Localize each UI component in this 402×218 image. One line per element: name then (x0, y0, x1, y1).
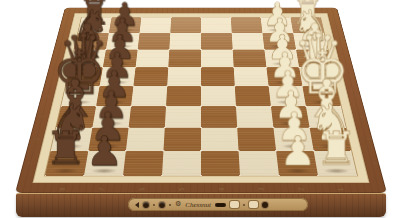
panel-dot (153, 204, 155, 206)
round-button-left[interactable] (143, 202, 149, 208)
square-e1[interactable] (302, 86, 340, 106)
square-g5[interactable] (163, 128, 201, 151)
coordinate-label: d (334, 74, 369, 79)
square-f6[interactable] (129, 106, 166, 128)
square-b6[interactable] (138, 33, 171, 50)
product-photo: 87654321 abcdefgh abcdefgh ♜♞♝♛♚♝♞♜♟♟♟♟♟… (0, 0, 402, 218)
square-f2[interactable] (271, 106, 310, 128)
coordinate-label: e (338, 93, 374, 99)
coordinate-label: f (343, 114, 380, 120)
square-g2[interactable] (273, 128, 313, 151)
square-h5[interactable] (162, 151, 201, 176)
square-d8[interactable] (66, 67, 103, 86)
square-h1[interactable] (314, 151, 357, 176)
coordinate-label: g (348, 136, 387, 142)
square-b1[interactable] (293, 33, 328, 50)
coordinate-label: b (44, 39, 76, 44)
key-button-left[interactable] (230, 201, 239, 208)
square-b2[interactable] (262, 33, 296, 50)
square-e5[interactable] (166, 86, 201, 106)
gear-icon[interactable]: ⚙ (175, 201, 181, 208)
square-e8[interactable] (61, 86, 99, 106)
square-b7[interactable] (106, 33, 140, 50)
square-a6[interactable] (140, 17, 172, 33)
board-surface: 87654321 abcdefgh abcdefgh (15, 8, 387, 193)
panel-dot (243, 204, 245, 206)
back-arrow-icon[interactable] (135, 202, 139, 208)
square-a7[interactable] (109, 17, 142, 33)
board-front-face: ⚙ Chessnut (16, 193, 386, 217)
coordinate-label: d (34, 74, 69, 79)
panel-dot (169, 204, 171, 206)
square-g6[interactable] (126, 128, 165, 151)
coordinate-label: h (354, 160, 394, 167)
square-c6[interactable] (136, 50, 170, 68)
squares-grid (45, 17, 357, 175)
square-a1[interactable] (290, 17, 323, 33)
usb-c-port[interactable] (215, 203, 226, 207)
square-b4[interactable] (201, 33, 233, 50)
square-e7[interactable] (96, 86, 133, 106)
square-h2[interactable] (276, 151, 318, 176)
square-b8[interactable] (74, 33, 109, 50)
coordinate-label: a (49, 23, 80, 27)
square-c1[interactable] (296, 50, 332, 68)
coordinate-label: a (322, 23, 353, 27)
square-d4[interactable] (201, 67, 235, 86)
square-f8[interactable] (56, 106, 96, 128)
square-c8[interactable] (70, 50, 106, 68)
coordinate-label: c (39, 56, 72, 61)
board-scene: 87654321 abcdefgh abcdefgh ♜♞♝♛♚♝♞♜♟♟♟♟♟… (0, 0, 402, 218)
key-button-right[interactable] (249, 201, 258, 208)
coordinate-label: g (15, 136, 54, 142)
square-g7[interactable] (88, 128, 128, 151)
square-d1[interactable] (299, 67, 336, 86)
square-a4[interactable] (201, 17, 232, 33)
square-h3[interactable] (239, 151, 279, 176)
square-h4[interactable] (201, 151, 240, 176)
square-h6[interactable] (123, 151, 163, 176)
square-a5[interactable] (170, 17, 201, 33)
square-f7[interactable] (92, 106, 131, 128)
square-g8[interactable] (51, 128, 93, 151)
square-g3[interactable] (237, 128, 276, 151)
square-c5[interactable] (168, 50, 201, 68)
square-c2[interactable] (264, 50, 299, 68)
coordinate-label: c (330, 56, 363, 61)
coordinate-label: e (28, 93, 64, 99)
square-e4[interactable] (201, 86, 236, 106)
square-a2[interactable] (261, 17, 294, 33)
brand-logo: Chessnut (185, 200, 211, 208)
square-d5[interactable] (167, 67, 201, 86)
square-d6[interactable] (133, 67, 168, 86)
square-c7[interactable] (103, 50, 138, 68)
square-c3[interactable] (233, 50, 267, 68)
square-a3[interactable] (231, 17, 263, 33)
square-e6[interactable] (131, 86, 167, 106)
square-e3[interactable] (235, 86, 271, 106)
square-h7[interactable] (84, 151, 126, 176)
square-c4[interactable] (201, 50, 234, 68)
square-b5[interactable] (169, 33, 201, 50)
square-b3[interactable] (232, 33, 265, 50)
square-e2[interactable] (269, 86, 306, 106)
square-a8[interactable] (78, 17, 111, 33)
square-f4[interactable] (201, 106, 237, 128)
square-f5[interactable] (165, 106, 201, 128)
chess-board: 87654321 abcdefgh abcdefgh ♜♞♝♛♚♝♞♜♟♟♟♟♟… (15, 8, 387, 193)
square-h8[interactable] (45, 151, 88, 176)
coordinate-label: f (22, 114, 59, 120)
square-f1[interactable] (306, 106, 346, 128)
coordinate-label: h (8, 160, 48, 167)
square-d7[interactable] (100, 67, 136, 86)
round-button-right[interactable] (159, 202, 165, 208)
round-port[interactable] (262, 202, 268, 208)
square-f3[interactable] (236, 106, 273, 128)
square-d3[interactable] (234, 67, 269, 86)
square-g1[interactable] (310, 128, 352, 151)
control-panel: ⚙ Chessnut (128, 198, 308, 211)
rank-labels: 87654321 (41, 186, 361, 193)
square-d2[interactable] (266, 67, 302, 86)
square-g4[interactable] (201, 128, 239, 151)
coordinate-label: b (326, 39, 358, 44)
